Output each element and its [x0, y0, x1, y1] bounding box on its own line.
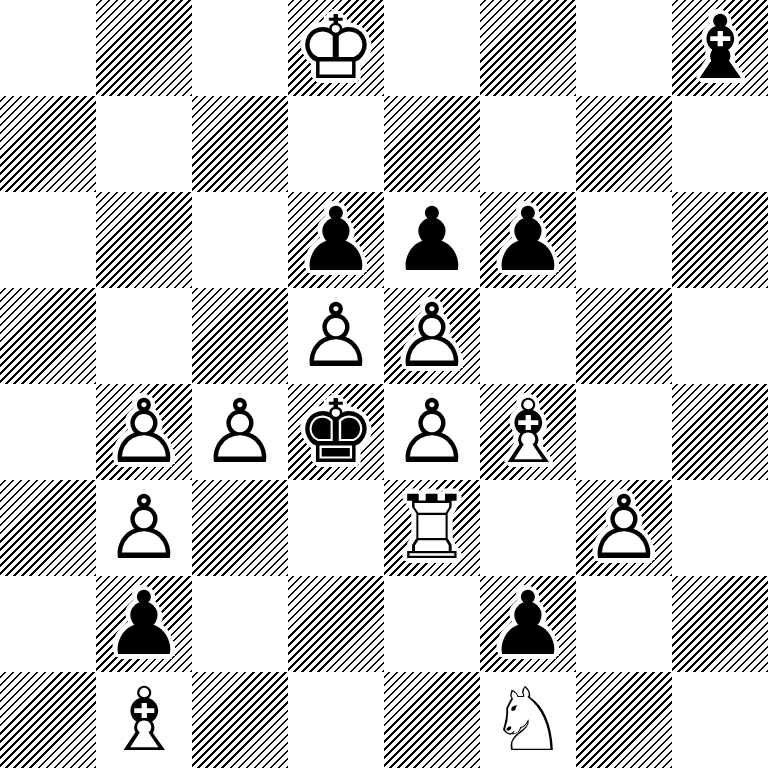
square-a2[interactable]	[0, 576, 96, 672]
black-pawn-piece[interactable]: ♟	[384, 192, 480, 288]
black-piece-glyph: ♝	[681, 0, 760, 96]
square-h1[interactable]	[672, 672, 768, 768]
square-c2[interactable]	[192, 576, 288, 672]
square-d2[interactable]	[288, 576, 384, 672]
white-piece-outline: ♙	[393, 384, 472, 480]
square-e1[interactable]	[384, 672, 480, 768]
black-pawn-piece[interactable]: ♟	[96, 576, 192, 672]
square-e6[interactable]: ♟	[384, 192, 480, 288]
square-h2[interactable]	[672, 576, 768, 672]
square-c3[interactable]	[192, 480, 288, 576]
square-a5[interactable]	[0, 288, 96, 384]
square-c4[interactable]: ♟♙	[192, 384, 288, 480]
white-piece-outline: ♗	[105, 672, 184, 768]
square-c5[interactable]	[192, 288, 288, 384]
white-bishop-piece[interactable]: ♝♗	[480, 384, 576, 480]
black-piece-glyph: ♟	[489, 576, 568, 672]
white-piece-outline: ♘	[489, 672, 568, 768]
square-f3[interactable]	[480, 480, 576, 576]
white-piece-outline: ♙	[201, 384, 280, 480]
white-pawn-piece[interactable]: ♟♙	[96, 384, 192, 480]
white-piece-outline: ♔	[297, 0, 376, 96]
white-pawn-piece[interactable]: ♟♙	[288, 288, 384, 384]
square-g8[interactable]	[576, 0, 672, 96]
square-d8[interactable]: ♚♔	[288, 0, 384, 96]
white-pawn-piece[interactable]: ♟♙	[96, 480, 192, 576]
square-g2[interactable]	[576, 576, 672, 672]
square-h4[interactable]	[672, 384, 768, 480]
square-f5[interactable]	[480, 288, 576, 384]
black-piece-glyph: ♟	[297, 192, 376, 288]
square-a8[interactable]	[0, 0, 96, 96]
square-f8[interactable]	[480, 0, 576, 96]
square-f1[interactable]: ♞♘	[480, 672, 576, 768]
square-d1[interactable]	[288, 672, 384, 768]
square-g7[interactable]	[576, 96, 672, 192]
square-b8[interactable]	[96, 0, 192, 96]
square-a6[interactable]	[0, 192, 96, 288]
square-f7[interactable]	[480, 96, 576, 192]
white-pawn-piece[interactable]: ♟♙	[192, 384, 288, 480]
square-b2[interactable]: ♟	[96, 576, 192, 672]
square-d7[interactable]	[288, 96, 384, 192]
square-b4[interactable]: ♟♙	[96, 384, 192, 480]
square-f4[interactable]: ♝♗	[480, 384, 576, 480]
black-king-piece[interactable]: ♚	[288, 384, 384, 480]
square-h6[interactable]	[672, 192, 768, 288]
square-f2[interactable]: ♟	[480, 576, 576, 672]
square-e4[interactable]: ♟♙	[384, 384, 480, 480]
square-d4[interactable]: ♚	[288, 384, 384, 480]
square-g5[interactable]	[576, 288, 672, 384]
white-piece-outline: ♙	[585, 480, 664, 576]
black-piece-glyph: ♟	[489, 192, 568, 288]
square-g3[interactable]: ♟♙	[576, 480, 672, 576]
square-g4[interactable]	[576, 384, 672, 480]
square-g6[interactable]	[576, 192, 672, 288]
black-pawn-piece[interactable]: ♟	[480, 576, 576, 672]
square-e5[interactable]: ♟♙	[384, 288, 480, 384]
white-knight-piece[interactable]: ♞♘	[480, 672, 576, 768]
square-e2[interactable]	[384, 576, 480, 672]
square-c1[interactable]	[192, 672, 288, 768]
square-d6[interactable]: ♟	[288, 192, 384, 288]
square-a3[interactable]	[0, 480, 96, 576]
white-piece-outline: ♖	[393, 480, 472, 576]
white-piece-outline: ♙	[105, 480, 184, 576]
square-f6[interactable]: ♟	[480, 192, 576, 288]
square-d3[interactable]	[288, 480, 384, 576]
white-bishop-piece[interactable]: ♝♗	[96, 672, 192, 768]
square-b5[interactable]	[96, 288, 192, 384]
white-piece-outline: ♗	[489, 384, 568, 480]
square-e8[interactable]	[384, 0, 480, 96]
white-pawn-piece[interactable]: ♟♙	[576, 480, 672, 576]
white-king-piece[interactable]: ♚♔	[288, 0, 384, 96]
square-d5[interactable]: ♟♙	[288, 288, 384, 384]
chess-board: ♚♔♝♟♟♟♟♙♟♙♟♙♟♙♚♟♙♝♗♟♙♜♖♟♙♟♟♝♗♞♘	[0, 0, 768, 768]
square-b1[interactable]: ♝♗	[96, 672, 192, 768]
white-piece-outline: ♙	[105, 384, 184, 480]
square-a7[interactable]	[0, 96, 96, 192]
square-e7[interactable]	[384, 96, 480, 192]
black-piece-glyph: ♚	[297, 384, 376, 480]
black-bishop-piece[interactable]: ♝	[672, 0, 768, 96]
square-g1[interactable]	[576, 672, 672, 768]
square-h3[interactable]	[672, 480, 768, 576]
square-c6[interactable]	[192, 192, 288, 288]
black-piece-glyph: ♟	[105, 576, 184, 672]
black-pawn-piece[interactable]: ♟	[480, 192, 576, 288]
white-pawn-piece[interactable]: ♟♙	[384, 384, 480, 480]
black-pawn-piece[interactable]: ♟	[288, 192, 384, 288]
square-a1[interactable]	[0, 672, 96, 768]
square-b6[interactable]	[96, 192, 192, 288]
white-pawn-piece[interactable]: ♟♙	[384, 288, 480, 384]
square-c7[interactable]	[192, 96, 288, 192]
square-c8[interactable]	[192, 0, 288, 96]
square-h5[interactable]	[672, 288, 768, 384]
square-b7[interactable]	[96, 96, 192, 192]
square-h7[interactable]	[672, 96, 768, 192]
black-piece-glyph: ♟	[393, 192, 472, 288]
square-a4[interactable]	[0, 384, 96, 480]
square-h8[interactable]: ♝	[672, 0, 768, 96]
white-piece-outline: ♙	[297, 288, 376, 384]
white-piece-outline: ♙	[393, 288, 472, 384]
white-rook-piece[interactable]: ♜♖	[384, 480, 480, 576]
square-b3[interactable]: ♟♙	[96, 480, 192, 576]
square-e3[interactable]: ♜♖	[384, 480, 480, 576]
